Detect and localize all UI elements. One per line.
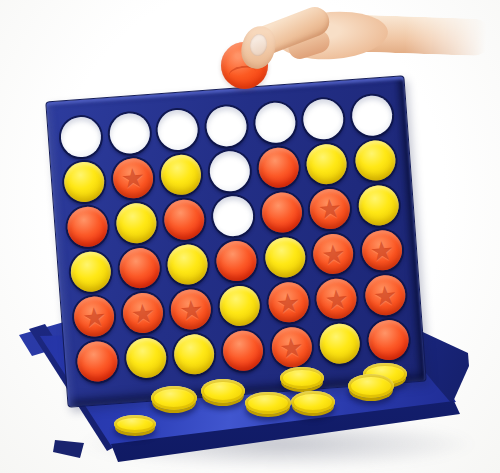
connect-four-product-photo <box>0 0 500 473</box>
hand-dropping-disc <box>0 0 500 473</box>
